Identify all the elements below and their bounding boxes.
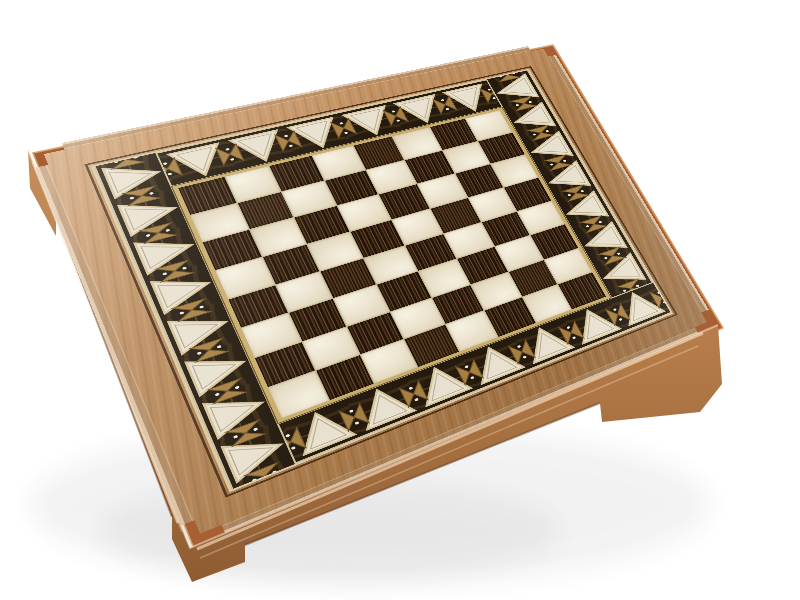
- photo-stage: [0, 0, 800, 600]
